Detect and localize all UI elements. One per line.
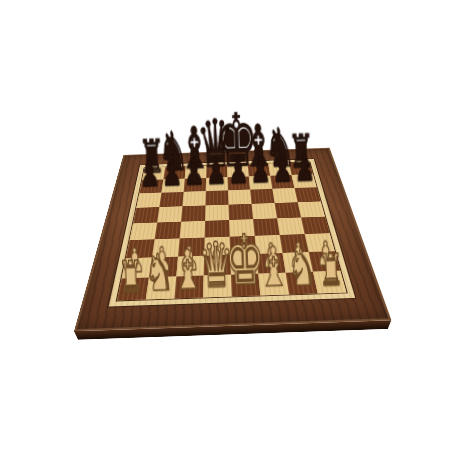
square-c3	[178, 237, 205, 256]
square-h3	[305, 233, 335, 252]
square-g8: ♞	[268, 163, 291, 176]
square-d4	[205, 220, 230, 238]
square-f7: ♟	[249, 176, 272, 190]
square-a3	[126, 239, 155, 258]
square-a5	[133, 207, 159, 223]
square-a7: ♟	[139, 179, 163, 193]
square-g1: ♞	[286, 272, 318, 295]
square-b2: ♟	[149, 256, 178, 277]
square-c1: ♝	[174, 275, 203, 298]
square-d8: ♛	[206, 165, 227, 178]
square-b4	[155, 222, 181, 240]
square-e2: ♟	[230, 254, 258, 275]
square-a2: ♟	[122, 257, 152, 278]
square-g6	[272, 188, 297, 203]
square-d5	[205, 204, 229, 220]
square-h6	[294, 187, 320, 202]
square-f1: ♝	[258, 273, 289, 296]
piece-black-rook-h8: ♜	[287, 128, 315, 175]
square-d6	[205, 190, 228, 205]
square-e7: ♟	[227, 176, 250, 190]
square-g7: ♟	[270, 175, 294, 189]
square-e1: ♚	[231, 274, 260, 297]
square-e3	[230, 236, 257, 255]
square-b3	[152, 238, 180, 257]
square-h4	[301, 216, 330, 233]
square-a4	[130, 222, 157, 240]
board-tilt-wrapper: ♜♞♝♛♚♝♞♜♟♟♟♟♟♟♟♟♟♟♟♟♟♟♟♟♜♞♝♛♚♝♞♜	[74, 148, 391, 332]
square-c7: ♟	[184, 178, 207, 192]
square-a6	[136, 193, 161, 208]
square-e8: ♚	[227, 164, 249, 177]
square-d3	[204, 236, 230, 255]
square-e6	[228, 189, 252, 204]
square-c8: ♝	[185, 166, 207, 179]
square-h7: ♟	[292, 174, 317, 188]
square-c5	[181, 205, 205, 221]
square-b7: ♟	[161, 179, 184, 193]
square-f5	[251, 203, 276, 219]
square-d7: ♟	[206, 177, 228, 191]
square-f2: ♟	[256, 253, 285, 274]
square-e5	[228, 204, 253, 220]
chess-board: ♜♞♝♛♚♝♞♜♟♟♟♟♟♟♟♟♟♟♟♟♟♟♟♟♜♞♝♛♚♝♞♜	[74, 148, 391, 332]
square-e4	[229, 219, 255, 237]
square-g5	[275, 202, 301, 218]
square-c6	[182, 191, 205, 206]
square-c4	[180, 221, 205, 239]
square-f3	[255, 235, 283, 254]
square-h1: ♜	[313, 271, 346, 294]
square-d2: ♟	[204, 255, 231, 276]
board-squares: ♜♞♝♛♚♝♞♜♟♟♟♟♟♟♟♟♟♟♟♟♟♟♟♟♜♞♝♛♚♝♞♜	[116, 161, 348, 301]
square-a1: ♜	[117, 277, 149, 300]
square-g2: ♟	[282, 252, 312, 273]
square-b5	[157, 206, 182, 222]
square-f8: ♝	[248, 163, 271, 176]
square-b1: ♞	[146, 276, 177, 299]
photo-scene: ♜♞♝♛♚♝♞♜♟♟♟♟♟♟♟♟♟♟♟♟♟♟♟♟♜♞♝♛♚♝♞♜	[0, 0, 458, 458]
square-g4	[277, 217, 305, 234]
square-f6	[250, 189, 274, 204]
square-b6	[159, 192, 183, 207]
board-trim: ♜♞♝♛♚♝♞♜♟♟♟♟♟♟♟♟♟♟♟♟♟♟♟♟♜♞♝♛♚♝♞♜	[107, 158, 357, 307]
square-h8: ♜	[289, 162, 313, 175]
square-c2: ♟	[176, 256, 204, 277]
square-h5	[298, 201, 325, 217]
square-b8: ♞	[163, 166, 185, 179]
square-f4	[253, 218, 280, 235]
square-d1: ♛	[203, 274, 232, 297]
square-a8: ♜	[142, 167, 165, 180]
square-g3	[280, 234, 309, 253]
product-photo: ♜♞♝♛♚♝♞♜♟♟♟♟♟♟♟♟♟♟♟♟♟♟♟♟♜♞♝♛♚♝♞♜	[0, 0, 458, 458]
piece-black-rook-a8: ♜	[138, 133, 166, 180]
square-h2: ♟	[309, 251, 341, 272]
